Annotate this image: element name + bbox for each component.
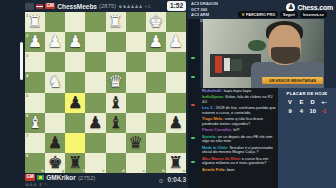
board-square-f4[interactable] — [65, 72, 85, 92]
board-square-g1[interactable] — [45, 12, 65, 32]
board-square-b1[interactable]: ♚ — [146, 12, 166, 32]
chat-username[interactable]: Rivfurind1: — [202, 88, 224, 93]
chess-piece-white-queen-d4[interactable]: ♛ — [106, 72, 126, 92]
board-square-b2[interactable]: ♟ — [146, 32, 166, 52]
app: GM ChessMeebs (2875) ♞♞♟♟♟♟ +1 1:52 1♜♜♚… — [0, 0, 336, 188]
scoreboard-header-E: E — [296, 99, 306, 105]
chat-username[interactable]: Tiago Melo: — [202, 116, 225, 121]
board-square-b4[interactable] — [146, 72, 166, 92]
chess-piece-white-pawn-b2[interactable]: ♟ — [146, 32, 166, 52]
board-square-b6[interactable] — [146, 113, 166, 133]
player-bar-top: GM ChessMeebs (2875) ♞♞♟♟♟♟ +1 1:52 — [25, 0, 188, 12]
title-badge-top: GM — [45, 3, 55, 10]
chat-message: Tiago Melo: como q não fica bravo perden… — [202, 117, 276, 126]
chess-piece-white-pawn-g2[interactable]: ♟ — [45, 32, 65, 52]
board-square-h7[interactable]: 7 — [25, 133, 45, 153]
scoreboard-value-+-: -1 — [319, 108, 329, 114]
board-square-e7[interactable] — [85, 133, 105, 153]
chess-piece-black-bishop-d5[interactable]: ♝ — [106, 93, 126, 113]
chess-piece-black-pawn-a6[interactable]: ♟ — [166, 113, 186, 133]
board-square-f8[interactable]: f♜ — [65, 153, 85, 173]
game-type-badge — [25, 3, 34, 10]
chat-username[interactable]: Sorteio: — [202, 134, 218, 139]
chat-message: Flavio Carvalho: lol? — [202, 128, 276, 133]
board-square-a6[interactable]: ♟ — [166, 113, 186, 133]
chess-piece-black-queen-c7[interactable]: ♛ — [126, 133, 146, 153]
scoreboard-value-E: 4 — [296, 108, 306, 114]
chess-piece-white-bishop-h6[interactable]: ♝ — [25, 113, 45, 133]
clock-bottom: 0:04.3 — [168, 177, 186, 184]
stream-info-line: AC3 DRAGON — [191, 1, 218, 7]
chat-message: Rivfurind1: kapa kapa kapa — [202, 89, 276, 94]
scoreboard-value-D: 10 — [308, 108, 318, 114]
file-label-e: e — [102, 168, 104, 173]
title-badge-bottom: GM — [25, 174, 35, 181]
rank-label-3: 3 — [26, 53, 28, 58]
board-square-g5[interactable] — [45, 93, 65, 113]
captured-pieces-top: ♞♞♟♟♟♟ +1 — [118, 4, 150, 9]
activity-mark — [191, 57, 195, 59]
board-square-c2[interactable] — [126, 32, 146, 52]
chess-piece-white-pawn-f2[interactable]: ♟ — [65, 32, 85, 52]
board-square-c1[interactable] — [126, 12, 146, 32]
board-square-g8[interactable]: g♚ — [45, 153, 65, 173]
board-square-e2[interactable] — [85, 32, 105, 52]
player-name-top[interactable]: ChessMeebs — [57, 3, 97, 10]
board-square-d3[interactable] — [106, 52, 126, 72]
activity-strip — [188, 19, 200, 188]
caption-banner: GM KRIKOR MEKHITARIAN — [262, 77, 323, 84]
board-square-h5[interactable]: 5 — [25, 93, 45, 113]
crown-icon: ♛ — [241, 12, 245, 17]
player-rating-bottom: (2752) — [78, 175, 95, 181]
board-square-h6[interactable]: 6♝ — [25, 113, 45, 133]
chat-message: Leo Z.: 2h59 de live, nenhuma partida qu… — [202, 106, 276, 115]
player-name-bottom[interactable]: GMKrikor — [46, 174, 76, 181]
chess-piece-white-pawn-h2[interactable]: ♟ — [25, 32, 45, 52]
chess-piece-black-rook-f8[interactable]: ♜ — [65, 153, 85, 173]
chat-username[interactable]: Arizele Feliz: — [202, 167, 227, 172]
rank-label-4: 4 — [26, 73, 28, 78]
chess-piece-black-pawn-g7[interactable]: ♟ — [45, 133, 65, 153]
chess-piece-white-king-b1[interactable]: ♚ — [146, 12, 166, 32]
board-square-a4[interactable] — [166, 72, 186, 92]
chat-username[interactable]: Leo Z.: — [202, 105, 216, 110]
board-square-g3[interactable] — [45, 52, 65, 72]
board-square-d6[interactable]: ♝ — [106, 113, 126, 133]
activity-mark — [191, 137, 195, 139]
board-square-a1[interactable] — [166, 12, 186, 32]
board-square-c7[interactable]: ♛ — [126, 133, 146, 153]
board-square-b7[interactable] — [146, 133, 166, 153]
scoreboard-title: PLACAR DE HOJE — [278, 91, 336, 96]
webcam-red-folder — [215, 56, 222, 73]
scoreboard-header-D: D — [308, 99, 318, 105]
stream-button-seguir[interactable]: Seguir — [280, 11, 298, 18]
chat-message: Made in Chile: Sneaker é o patrocinador … — [202, 146, 276, 155]
chess-piece-black-pawn-e6[interactable]: ♟ — [85, 113, 105, 133]
chat-username[interactable]: Alex Manso da Silva: — [202, 156, 242, 161]
chess-piece-white-rook-d1[interactable]: ♜ — [106, 12, 126, 32]
activity-mark — [191, 76, 195, 78]
board-square-e6[interactable]: ♟ — [85, 113, 105, 133]
file-label-b: b — [162, 168, 165, 173]
board-square-e4[interactable] — [85, 72, 105, 92]
country-flag-bottom — [37, 175, 44, 180]
board-square-g7[interactable]: ♟ — [45, 133, 65, 153]
chat-message: IndioSjama: Krikor, fala de clubes no RJ… — [202, 95, 276, 104]
board-square-h4[interactable]: 4 — [25, 72, 45, 92]
board-square-e3[interactable] — [85, 52, 105, 72]
board-square-h3[interactable]: 3 — [25, 52, 45, 72]
chat-panel[interactable]: Rivfurind1: kapa kapa kapaIndioSjama: Kr… — [200, 88, 278, 188]
board-square-f3[interactable] — [65, 52, 85, 72]
board-square-f6[interactable] — [65, 113, 85, 133]
chess-piece-black-bishop-d6[interactable]: ♝ — [106, 113, 126, 133]
chat-username[interactable]: Flavio Carvalho: — [202, 127, 233, 132]
chess-piece-black-king-g8[interactable]: ♚ — [45, 153, 65, 173]
chess-piece-black-pawn-f5[interactable]: ♟ — [65, 93, 85, 113]
file-label-h: h — [42, 168, 45, 173]
activity-mark — [191, 104, 195, 106]
board-square-f7[interactable] — [65, 133, 85, 153]
board-square-c3[interactable] — [126, 52, 146, 72]
board-square-b3[interactable] — [146, 52, 166, 72]
chat-message: Sorteio: ve se depois do seu FE ele tem … — [202, 135, 276, 144]
scrollbar-thumb[interactable] — [20, 42, 23, 80]
chat-username[interactable]: Made in Chile: — [202, 145, 229, 150]
clock-top: 1:52 — [167, 1, 186, 11]
board-square-e5[interactable] — [85, 93, 105, 113]
board-square-d7[interactable] — [106, 133, 126, 153]
stream-panel: AC3 DRAGONGCT 200AC3 ARMKRIKOR GPW3D ♟ C… — [188, 0, 336, 188]
chat-message: Arizele Feliz: bom — [202, 168, 276, 173]
chess-board[interactable]: 1♜♜♚2♟♟♟♟♟34♞♛5♟♝6♝♟♝♟7♟♛8hg♚f♜edcba♜ — [25, 12, 186, 173]
rank-label-5: 5 — [26, 93, 28, 98]
activity-mark — [191, 161, 195, 163]
board-square-h2[interactable]: 2♟ — [25, 32, 45, 52]
stream-action-buttons: ♛PARCEIRO PROSeguirInscreva-se — [238, 11, 327, 18]
webcam-person-beard — [271, 47, 300, 64]
board-square-h8[interactable]: 8h — [25, 153, 45, 173]
chess-piece-white-knight-g4[interactable]: ♞ — [45, 72, 65, 92]
board-square-d4[interactable]: ♛ — [106, 72, 126, 92]
webcam-white-binder — [224, 58, 230, 72]
chess-piece-white-rook-h1[interactable]: ♜ — [25, 12, 45, 32]
board-square-a8[interactable]: a♜ — [166, 153, 186, 173]
board-square-d8[interactable]: d — [106, 153, 126, 173]
chess-piece-white-pawn-a2[interactable]: ♟ — [166, 32, 186, 52]
scoreboard-panel: PLACAR DE HOJE VED+- 9410-1 — [278, 88, 336, 188]
webcam-dark-box — [231, 59, 242, 71]
board-square-e1[interactable] — [85, 12, 105, 32]
chess-piece-black-rook-a8[interactable]: ♜ — [166, 153, 186, 173]
player-rating-top: (2875) — [99, 3, 116, 9]
player-bar-bottom: GM GMKrikor (2752) ♙♙♙ ♗ ♘ ⚙ 0:04.3 — [25, 173, 188, 188]
board-square-b8[interactable]: b — [146, 153, 166, 173]
scoreboard-header-V: V — [285, 99, 295, 105]
board-square-a3[interactable] — [166, 52, 186, 72]
board-square-h1[interactable]: 1♜ — [25, 12, 45, 32]
board-square-c6[interactable] — [126, 113, 146, 133]
captured-pieces-bottom: ♙♙♙ ♗ ♘ — [25, 182, 48, 187]
webcam-person-torso — [251, 62, 324, 88]
scoreboard-value-V: 9 — [285, 108, 295, 114]
logo-text: Chess.com — [297, 4, 333, 11]
board-square-g6[interactable] — [45, 113, 65, 133]
board-square-f2[interactable]: ♟ — [65, 32, 85, 52]
board-square-c4[interactable] — [126, 72, 146, 92]
rank-label-7: 7 — [26, 133, 28, 138]
board-square-c5[interactable] — [126, 93, 146, 113]
chat-message: Alex Manso da Silva: o curso fica em alg… — [202, 157, 276, 166]
board-square-g4[interactable]: ♞ — [45, 72, 65, 92]
board-square-f5[interactable]: ♟ — [65, 93, 85, 113]
file-label-d: d — [122, 168, 125, 173]
scoreboard-headers: VED+- — [278, 99, 336, 105]
webcam-plant — [248, 40, 266, 52]
chat-username[interactable]: IndioSjama: — [202, 94, 225, 99]
board-square-d1[interactable]: ♜ — [106, 12, 126, 32]
file-label-c: c — [142, 168, 144, 173]
board-square-a7[interactable] — [166, 133, 186, 153]
stream-button-parceiro-pro[interactable]: ♛PARCEIRO PRO — [238, 11, 278, 18]
board-square-f1[interactable] — [65, 12, 85, 32]
stream-button-inscreva-se[interactable]: Inscreva-se — [300, 11, 327, 18]
board-square-d5[interactable]: ♝ — [106, 93, 126, 113]
board-square-g2[interactable]: ♟ — [45, 32, 65, 52]
left-sidebar — [0, 0, 25, 188]
board-square-c8[interactable]: c — [126, 153, 146, 173]
scoreboard-values: 9410-1 — [278, 108, 336, 114]
board-square-a5[interactable] — [166, 93, 186, 113]
board-square-b5[interactable] — [146, 93, 166, 113]
scoreboard-header-+-: +- — [319, 99, 329, 105]
board-square-a2[interactable]: ♟ — [166, 32, 186, 52]
board-square-e8[interactable]: e — [85, 153, 105, 173]
settings-gear-icon[interactable]: ⚙ — [158, 178, 163, 184]
board-square-d2[interactable] — [106, 32, 126, 52]
country-flag-top — [36, 4, 43, 9]
rank-label-8: 8 — [26, 153, 28, 158]
